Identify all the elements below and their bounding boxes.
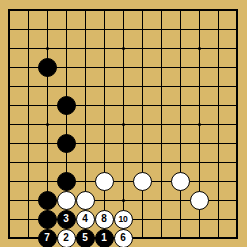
white-stone bbox=[76, 191, 95, 210]
go-diagram: 3481072516 bbox=[0, 0, 247, 247]
move-number: 7 bbox=[44, 233, 49, 243]
black-stone-move-5: 5 bbox=[76, 229, 95, 247]
move-number: 5 bbox=[82, 233, 87, 243]
white-stone bbox=[171, 172, 190, 191]
white-stone bbox=[190, 191, 209, 210]
white-stone-move-6: 6 bbox=[114, 229, 133, 247]
star-point bbox=[122, 47, 125, 50]
go-board: 3481072516 bbox=[0, 0, 247, 247]
move-number: 1 bbox=[101, 233, 106, 243]
star-point bbox=[198, 47, 201, 50]
star-point bbox=[122, 199, 125, 202]
move-number: 2 bbox=[63, 233, 68, 243]
grid-line-vertical bbox=[142, 9, 143, 239]
move-number: 10 bbox=[119, 215, 128, 224]
black-stone-move-3: 3 bbox=[57, 210, 76, 229]
star-point bbox=[198, 123, 201, 126]
black-stone bbox=[38, 210, 57, 229]
grid-line-vertical bbox=[218, 9, 219, 239]
white-stone-move-2: 2 bbox=[57, 229, 76, 247]
move-number: 6 bbox=[120, 233, 125, 243]
black-stone bbox=[38, 58, 57, 77]
white-stone bbox=[57, 191, 76, 210]
grid-line-vertical bbox=[161, 9, 162, 239]
white-stone-move-10: 10 bbox=[114, 210, 133, 229]
white-stone-move-4: 4 bbox=[76, 210, 95, 229]
grid-line-vertical bbox=[180, 9, 181, 239]
board-edge-line-vertical bbox=[236, 9, 238, 239]
black-stone bbox=[57, 172, 76, 191]
grid-line-horizontal bbox=[8, 143, 238, 144]
black-stone bbox=[57, 134, 76, 153]
white-stone-move-8: 8 bbox=[95, 210, 114, 229]
move-number: 8 bbox=[101, 214, 106, 224]
star-point bbox=[122, 123, 125, 126]
star-point bbox=[46, 47, 49, 50]
star-point bbox=[46, 123, 49, 126]
black-stone-move-1: 1 bbox=[95, 229, 114, 247]
black-stone-move-7: 7 bbox=[38, 229, 57, 247]
white-stone bbox=[95, 172, 114, 191]
black-stone bbox=[57, 96, 76, 115]
grid-line-horizontal bbox=[8, 181, 238, 182]
move-number: 3 bbox=[63, 214, 68, 224]
black-stone bbox=[38, 191, 57, 210]
white-stone bbox=[133, 172, 152, 191]
move-number: 4 bbox=[82, 214, 87, 224]
grid-line-horizontal bbox=[8, 162, 238, 163]
